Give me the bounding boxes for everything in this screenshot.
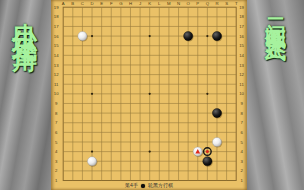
svg-text:H: H [129,1,132,6]
svg-text:13: 13 [54,63,59,68]
svg-text:8: 8 [240,111,243,116]
svg-text:14: 14 [54,53,59,58]
svg-text:10: 10 [239,91,244,96]
svg-text:11: 11 [239,82,244,87]
svg-text:18: 18 [239,14,244,19]
svg-text:3: 3 [240,159,243,164]
stone-O16 [184,31,194,41]
svg-text:14: 14 [239,53,244,58]
svg-text:6: 6 [240,130,243,135]
go-board[interactable]: ABCDEFGHJKLMNOPQRST191918181717161615151… [51,0,247,190]
black-stone-icon [141,184,145,188]
svg-text:2: 2 [55,168,58,173]
svg-text:19: 19 [54,5,59,10]
svg-text:4: 4 [55,149,58,154]
svg-text:9: 9 [240,101,243,106]
svg-text:19: 19 [239,5,244,10]
svg-text:K: K [148,1,151,6]
svg-text:9: 9 [55,101,58,106]
svg-text:16: 16 [54,34,59,39]
svg-text:E: E [100,1,103,6]
svg-text:17: 17 [54,24,59,29]
svg-text:17: 17 [239,24,244,29]
svg-text:7: 7 [55,120,58,125]
stone-R5 [212,137,222,147]
svg-text:11: 11 [54,82,59,87]
svg-text:7: 7 [240,120,243,125]
svg-text:5: 5 [240,140,243,145]
right-banner-text: 二间低夹定式4 [262,3,290,54]
go-board-panel: ABCDEFGHJKLMNOPQRST191918181717161615151… [51,0,247,190]
svg-text:12: 12 [54,72,59,77]
svg-text:R: R [215,1,218,6]
go-app-screenshot: 小目小飞挂角 ABCDEFGHJKLMNOPQRST19191818171716… [0,0,304,190]
svg-text:O: O [186,1,190,6]
move-number-label: 第4手 [125,181,138,190]
left-banner-text: 小目小飞挂角 [9,2,42,32]
turn-to-play-label: 轮黑方行棋 [148,181,173,190]
svg-text:B: B [71,1,74,6]
stone-R8 [212,109,222,119]
svg-text:18: 18 [54,14,59,19]
svg-text:8: 8 [55,111,58,116]
svg-text:P: P [196,1,199,6]
svg-text:L: L [158,1,161,6]
stone-R16 [212,31,222,41]
status-bar: 第4手 轮黑方行棋 [51,181,247,190]
svg-text:6: 6 [55,130,58,135]
stone-Q3 [203,157,213,167]
svg-text:5: 5 [55,140,58,145]
svg-text:2: 2 [240,168,243,173]
svg-text:12: 12 [239,72,244,77]
stone-D3 [87,157,97,167]
svg-text:C: C [81,1,84,6]
svg-text:F: F [110,1,113,6]
svg-text:10: 10 [54,91,59,96]
svg-text:J: J [139,1,141,6]
svg-text:S: S [225,1,228,6]
right-title-banner: 二间低夹定式4 [247,0,304,190]
svg-text:M: M [167,1,171,6]
svg-text:16: 16 [239,34,244,39]
svg-text:15: 15 [54,43,59,48]
stone-C16 [78,31,88,41]
svg-text:T: T [235,1,238,6]
svg-text:15: 15 [239,43,244,48]
svg-text:N: N [177,1,180,6]
left-title-banner: 小目小飞挂角 [0,0,51,190]
svg-text:3: 3 [55,159,58,164]
svg-text:A: A [62,1,65,6]
svg-text:13: 13 [239,63,244,68]
svg-text:Q: Q [206,1,210,6]
svg-text:4: 4 [240,149,243,154]
stone-P4 [193,147,203,157]
svg-text:D: D [90,1,93,6]
svg-text:G: G [119,1,123,6]
